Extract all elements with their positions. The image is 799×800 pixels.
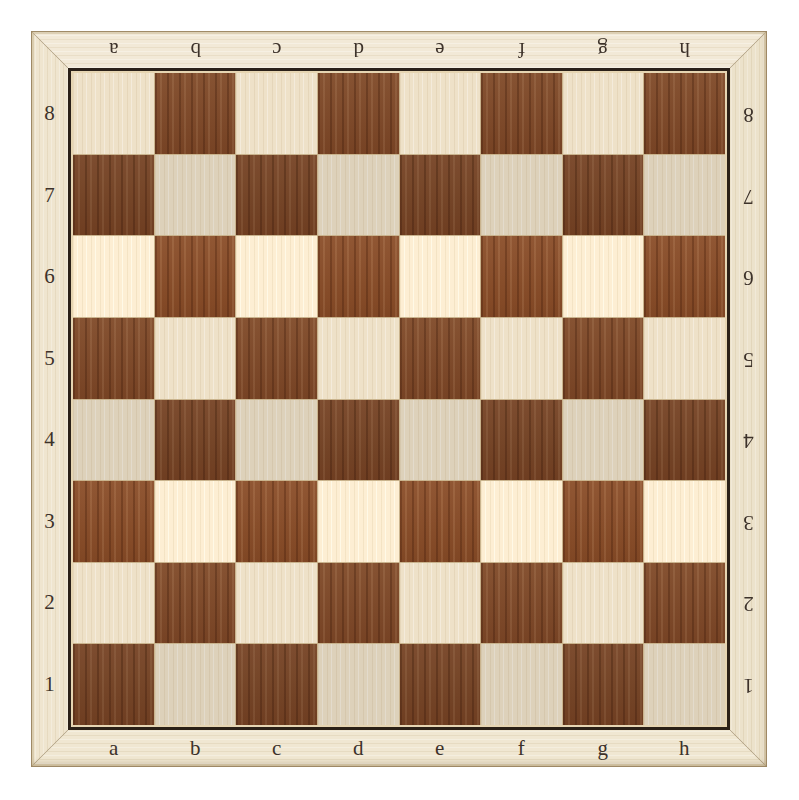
rank-label-right-3: 3 xyxy=(730,481,767,563)
square-a8 xyxy=(73,73,154,154)
file-labels-top: abcdefgh xyxy=(73,31,725,68)
file-labels-bottom: abcdefgh xyxy=(73,730,725,767)
file-label-top-d: d xyxy=(318,31,400,68)
square-b7 xyxy=(155,155,236,236)
file-label-bottom-f: f xyxy=(481,730,563,767)
file-label-top-a: a xyxy=(73,31,155,68)
square-g4 xyxy=(563,400,644,481)
square-e2 xyxy=(400,563,481,644)
square-e8 xyxy=(400,73,481,154)
square-b3 xyxy=(155,481,236,562)
square-d6 xyxy=(318,236,399,317)
square-e7 xyxy=(400,155,481,236)
square-f7 xyxy=(481,155,562,236)
file-label-top-c: c xyxy=(236,31,318,68)
rank-label-left-6: 6 xyxy=(31,236,68,318)
rank-label-right-6: 6 xyxy=(730,236,767,318)
square-d5 xyxy=(318,318,399,399)
file-label-bottom-g: g xyxy=(562,730,644,767)
square-e4 xyxy=(400,400,481,481)
square-c4 xyxy=(236,400,317,481)
square-a1 xyxy=(73,644,154,725)
rank-label-left-5: 5 xyxy=(31,318,68,400)
square-a6 xyxy=(73,236,154,317)
square-g6 xyxy=(563,236,644,317)
file-label-top-b: b xyxy=(155,31,237,68)
file-label-top-g: g xyxy=(562,31,644,68)
square-f4 xyxy=(481,400,562,481)
file-label-top-f: f xyxy=(481,31,563,68)
square-c5 xyxy=(236,318,317,399)
square-c8 xyxy=(236,73,317,154)
square-b8 xyxy=(155,73,236,154)
square-d7 xyxy=(318,155,399,236)
square-b5 xyxy=(155,318,236,399)
square-f3 xyxy=(481,481,562,562)
square-h7 xyxy=(644,155,725,236)
square-h4 xyxy=(644,400,725,481)
file-label-bottom-d: d xyxy=(318,730,400,767)
square-f5 xyxy=(481,318,562,399)
square-f1 xyxy=(481,644,562,725)
square-d4 xyxy=(318,400,399,481)
product-photo-background: abcdefgh abcdefgh 87654321 87654321 xyxy=(0,0,799,800)
square-a5 xyxy=(73,318,154,399)
file-label-bottom-h: h xyxy=(644,730,726,767)
square-h3 xyxy=(644,481,725,562)
file-label-bottom-b: b xyxy=(155,730,237,767)
square-h8 xyxy=(644,73,725,154)
rank-label-left-1: 1 xyxy=(31,644,68,726)
square-d1 xyxy=(318,644,399,725)
file-label-bottom-c: c xyxy=(236,730,318,767)
rank-label-left-7: 7 xyxy=(31,155,68,237)
square-f8 xyxy=(481,73,562,154)
rank-label-right-2: 2 xyxy=(730,562,767,644)
square-c7 xyxy=(236,155,317,236)
rank-label-left-4: 4 xyxy=(31,399,68,481)
square-e6 xyxy=(400,236,481,317)
square-a2 xyxy=(73,563,154,644)
rank-label-right-1: 1 xyxy=(730,644,767,726)
square-d8 xyxy=(318,73,399,154)
rank-label-right-8: 8 xyxy=(730,73,767,155)
square-c6 xyxy=(236,236,317,317)
chessboard: abcdefgh abcdefgh 87654321 87654321 xyxy=(31,31,767,767)
file-label-top-h: h xyxy=(644,31,726,68)
square-e3 xyxy=(400,481,481,562)
rank-labels-left: 87654321 xyxy=(31,73,68,725)
square-h5 xyxy=(644,318,725,399)
file-label-bottom-a: a xyxy=(73,730,155,767)
square-c1 xyxy=(236,644,317,725)
square-e1 xyxy=(400,644,481,725)
square-h2 xyxy=(644,563,725,644)
rank-label-left-3: 3 xyxy=(31,481,68,563)
rank-label-right-4: 4 xyxy=(730,399,767,481)
square-g8 xyxy=(563,73,644,154)
file-label-top-e: e xyxy=(399,31,481,68)
square-d3 xyxy=(318,481,399,562)
square-b6 xyxy=(155,236,236,317)
rank-label-left-2: 2 xyxy=(31,562,68,644)
square-b4 xyxy=(155,400,236,481)
square-a3 xyxy=(73,481,154,562)
square-g2 xyxy=(563,563,644,644)
square-g3 xyxy=(563,481,644,562)
square-c2 xyxy=(236,563,317,644)
playing-field-border xyxy=(68,68,730,730)
square-g1 xyxy=(563,644,644,725)
square-f2 xyxy=(481,563,562,644)
rank-labels-right: 87654321 xyxy=(730,73,767,725)
rank-label-right-5: 5 xyxy=(730,318,767,400)
square-c3 xyxy=(236,481,317,562)
square-g7 xyxy=(563,155,644,236)
square-e5 xyxy=(400,318,481,399)
square-b2 xyxy=(155,563,236,644)
rank-label-left-8: 8 xyxy=(31,73,68,155)
square-h6 xyxy=(644,236,725,317)
square-f6 xyxy=(481,236,562,317)
square-a4 xyxy=(73,400,154,481)
square-a7 xyxy=(73,155,154,236)
square-b1 xyxy=(155,644,236,725)
file-label-bottom-e: e xyxy=(399,730,481,767)
rank-label-right-7: 7 xyxy=(730,155,767,237)
squares-grid xyxy=(73,73,725,725)
square-h1 xyxy=(644,644,725,725)
square-d2 xyxy=(318,563,399,644)
square-g5 xyxy=(563,318,644,399)
